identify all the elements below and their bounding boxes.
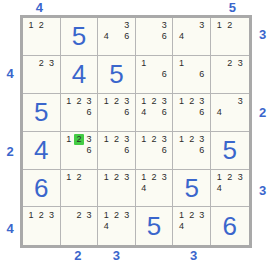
cell-r2c5[interactable]: 16: [173, 56, 211, 94]
candidate-grid: 1236: [61, 94, 98, 131]
candidate-empty: [84, 221, 94, 232]
candidate-3: 3: [46, 209, 56, 220]
candidate-grid: 1236: [136, 132, 173, 169]
clue-right-3: 2: [252, 93, 274, 132]
candidate-empty: [149, 193, 159, 204]
candidate-empty: [235, 80, 246, 91]
candidate-empty: [74, 156, 84, 167]
clue-top-3: [97, 0, 136, 15]
cell-r1c1[interactable]: 12: [23, 18, 61, 56]
candidate-1: 1: [176, 58, 186, 69]
candidate-empty: [149, 58, 159, 69]
bottom-clues: 233: [20, 248, 252, 263]
candidate-empty: [101, 20, 111, 31]
candidate-empty: [139, 31, 149, 42]
solved-digit: 5: [147, 213, 161, 239]
cell-r5c6[interactable]: 1234: [211, 170, 249, 208]
clue-left-2: 4: [0, 54, 20, 93]
candidate-empty: [26, 69, 36, 80]
candidate-empty: [111, 20, 121, 31]
candidate-6: 6: [122, 31, 132, 42]
clue-left-6: 4: [0, 209, 20, 248]
candidate-grid: 23: [211, 56, 249, 93]
candidate-empty: [149, 156, 159, 167]
candidate-empty: [111, 145, 121, 156]
candidate-6: 6: [84, 145, 94, 156]
cell-r4c6[interactable]: 5: [211, 132, 249, 170]
candidate-1: 1: [101, 172, 111, 183]
candidate-2: 2: [111, 209, 121, 220]
clue-left-3: [0, 93, 20, 132]
candidate-empty: [176, 80, 186, 91]
candidate-2: 2: [149, 96, 159, 107]
cell-r6c2[interactable]: 23: [61, 207, 99, 245]
candidate-3: 3: [159, 96, 169, 107]
candidate-empty: [26, 80, 36, 91]
candidate-grid: 34: [211, 94, 249, 131]
candidate-6: 6: [197, 145, 207, 156]
candidate-empty: [214, 31, 225, 42]
cell-r6c6[interactable]: 6: [211, 207, 249, 245]
clue-top-6: 5: [213, 0, 252, 15]
candidate-4: 4: [214, 183, 225, 194]
candidate-empty: [149, 20, 159, 31]
candidate-empty: [101, 118, 111, 129]
cell-r3c1[interactable]: 5: [23, 94, 61, 132]
cell-r2c3[interactable]: 5: [98, 56, 136, 94]
candidate-empty: [26, 58, 36, 69]
candidate-3: 3: [235, 58, 246, 69]
candidate-empty: [139, 80, 149, 91]
left-clues: 424: [0, 15, 20, 248]
candidate-empty: [64, 232, 74, 243]
candidate-grid: 16: [136, 56, 173, 93]
solved-digit: 5: [223, 137, 237, 163]
candidate-3: 3: [235, 172, 246, 183]
candidate-empty: [149, 80, 159, 91]
cell-r3c2[interactable]: 1236: [61, 94, 99, 132]
clue-right-6: [252, 209, 274, 248]
candidate-empty: [187, 221, 197, 232]
candidate-2: 2: [36, 209, 46, 220]
cell-r1c6[interactable]: 12: [211, 18, 249, 56]
candidate-1: 1: [139, 134, 149, 145]
candidate-empty: [46, 80, 56, 91]
cell-r4c1[interactable]: 4: [23, 132, 61, 170]
candidate-empty: [214, 58, 225, 69]
candidate-3: 3: [197, 20, 207, 31]
candidate-empty: [64, 209, 74, 220]
candidate-1: 1: [214, 172, 225, 183]
candidate-empty: [26, 42, 36, 53]
candidate-empty: [101, 42, 111, 53]
candidate-1: 1: [101, 209, 111, 220]
candidate-grid: 1234: [136, 170, 173, 207]
candidate-empty: [225, 80, 236, 91]
cell-r5c4[interactable]: 1234: [136, 170, 174, 208]
cell-r3c5[interactable]: 1236: [173, 94, 211, 132]
candidate-empty: [187, 42, 197, 53]
candidate-1: 1: [26, 20, 36, 31]
candidate-empty: [176, 118, 186, 129]
candidate-empty: [64, 183, 74, 194]
candidate-empty: [197, 80, 207, 91]
candidate-6: 6: [197, 107, 207, 118]
candidate-grid: 1234: [211, 170, 249, 207]
candidate-2: 2: [187, 96, 197, 107]
candidate-2: 2: [149, 172, 159, 183]
candidate-empty: [187, 31, 197, 42]
candidate-3: 3: [84, 96, 94, 107]
cell-r4c4[interactable]: 1236: [136, 132, 174, 170]
candidate-1: 1: [101, 134, 111, 145]
candidate-empty: [187, 145, 197, 156]
candidate-empty: [176, 232, 186, 243]
candidate-1: 1: [139, 96, 149, 107]
candidate-3: 3: [122, 172, 132, 183]
cell-r2c2[interactable]: 4: [61, 56, 99, 94]
candidate-empty: [149, 118, 159, 129]
candidate-2: 2: [36, 20, 46, 31]
cell-r6c5[interactable]: 1234: [173, 207, 211, 245]
candidate-empty: [149, 145, 159, 156]
solved-digit: 5: [72, 23, 86, 49]
candidate-empty: [122, 193, 132, 204]
candidate-grid: 1236: [61, 132, 98, 169]
candidate-empty: [159, 193, 169, 204]
candidate-4: 4: [139, 107, 149, 118]
candidate-4: 4: [214, 107, 225, 118]
candidate-empty: [225, 96, 236, 107]
candidate-empty: [101, 193, 111, 204]
candidate-empty: [159, 42, 169, 53]
candidate-empty: [139, 69, 149, 80]
candidate-empty: [111, 42, 121, 53]
candidate-empty: [187, 58, 197, 69]
candidate-empty: [197, 221, 207, 232]
candidate-2: 2: [225, 58, 236, 69]
clue-bottom-4: [136, 248, 175, 263]
candidate-2: 2: [149, 134, 159, 145]
cell-r4c5[interactable]: 1236: [173, 132, 211, 170]
candidate-empty: [111, 156, 121, 167]
clue-left-4: 2: [0, 132, 20, 171]
candidate-grid: 1234: [98, 207, 135, 245]
candidate-empty: [84, 172, 94, 183]
candidate-6: 6: [159, 107, 169, 118]
candidate-empty: [149, 31, 159, 42]
candidate-empty: [197, 42, 207, 53]
candidate-empty: [197, 232, 207, 243]
candidate-empty: [84, 193, 94, 204]
candidate-empty: [187, 232, 197, 243]
candidate-1: 1: [64, 172, 74, 183]
candidate-grid: 12: [61, 170, 98, 207]
candidate-empty: [235, 193, 246, 204]
candidate-6: 6: [122, 145, 132, 156]
candidate-2: 2: [225, 172, 236, 183]
cell-r6c4[interactable]: 5: [136, 207, 174, 245]
candidate-6: 6: [122, 107, 132, 118]
candidate-grid: 1234: [173, 207, 210, 245]
candidate-empty: [122, 42, 132, 53]
candidate-2-highlighted: 2: [74, 134, 84, 145]
candidate-empty: [26, 31, 36, 42]
candidate-empty: [101, 156, 111, 167]
candidate-1: 1: [176, 134, 186, 145]
candidate-2: 2: [187, 209, 197, 220]
clue-left-1: [0, 15, 20, 54]
candidate-empty: [187, 80, 197, 91]
candidate-empty: [235, 20, 246, 31]
candidate-empty: [149, 183, 159, 194]
candidate-empty: [122, 221, 132, 232]
candidate-3: 3: [159, 134, 169, 145]
candidate-empty: [122, 183, 132, 194]
cell-r2c1[interactable]: 23: [23, 56, 61, 94]
solved-digit: 5: [184, 175, 198, 201]
candidate-empty: [101, 183, 111, 194]
clue-bottom-6: [213, 248, 252, 263]
clue-bottom-1: [20, 248, 59, 263]
candidate-empty: [111, 193, 121, 204]
candidate-empty: [139, 156, 149, 167]
candidate-empty: [46, 31, 56, 42]
candidate-empty: [187, 156, 197, 167]
solved-digit: 6: [223, 213, 237, 239]
candidate-1: 1: [214, 20, 225, 31]
candidate-3: 3: [46, 58, 56, 69]
right-clues: 323: [252, 15, 274, 248]
candidate-empty: [176, 69, 186, 80]
candidate-empty: [187, 20, 197, 31]
candidate-2: 2: [74, 172, 84, 183]
candidate-2: 2: [111, 172, 121, 183]
candidate-empty: [149, 42, 159, 53]
candidate-empty: [46, 69, 56, 80]
candidate-grid: 346: [98, 18, 135, 55]
candidate-3: 3: [159, 172, 169, 183]
candidate-empty: [122, 232, 132, 243]
solved-digit: 4: [34, 137, 48, 163]
puzzle-frame: 45 424 323 233 1253463634122345161623512…: [0, 0, 274, 264]
candidate-empty: [111, 221, 121, 232]
candidate-3: 3: [197, 134, 207, 145]
cell-r3c6[interactable]: 34: [211, 94, 249, 132]
candidate-empty: [149, 107, 159, 118]
clue-top-1: 4: [20, 0, 59, 15]
cell-r1c4[interactable]: 36: [136, 18, 174, 56]
cell-r6c3[interactable]: 1234: [98, 207, 136, 245]
candidate-1: 1: [139, 172, 149, 183]
cell-r1c2[interactable]: 5: [61, 18, 99, 56]
candidate-empty: [187, 107, 197, 118]
candidate-empty: [36, 232, 46, 243]
candidate-empty: [139, 193, 149, 204]
candidate-empty: [214, 80, 225, 91]
clue-right-2: [252, 54, 274, 93]
candidate-1: 1: [139, 58, 149, 69]
candidate-grid: 123: [23, 207, 60, 245]
candidate-empty: [46, 232, 56, 243]
candidate-empty: [159, 58, 169, 69]
cell-r6c1[interactable]: 123: [23, 207, 61, 245]
candidate-4: 4: [101, 31, 111, 42]
candidate-empty: [84, 183, 94, 194]
cell-r3c3[interactable]: 1236: [98, 94, 136, 132]
candidate-grid: 34: [173, 18, 210, 55]
candidate-3: 3: [122, 134, 132, 145]
candidate-4: 4: [101, 221, 111, 232]
candidate-empty: [74, 193, 84, 204]
candidate-empty: [111, 118, 121, 129]
solved-digit: 4: [72, 61, 86, 87]
candidate-empty: [84, 118, 94, 129]
candidate-empty: [225, 107, 236, 118]
candidate-empty: [176, 156, 186, 167]
candidate-grid: 123: [98, 170, 135, 207]
candidate-empty: [225, 193, 236, 204]
candidate-grid: 23: [23, 56, 60, 93]
candidate-empty: [36, 80, 46, 91]
candidate-empty: [176, 20, 186, 31]
candidate-empty: [214, 118, 225, 129]
candidate-empty: [46, 20, 56, 31]
candidate-empty: [36, 42, 46, 53]
candidate-2: 2: [74, 96, 84, 107]
candidate-empty: [235, 118, 246, 129]
candidate-empty: [214, 96, 225, 107]
candidate-empty: [176, 145, 186, 156]
candidate-empty: [197, 118, 207, 129]
clue-top-4: [136, 0, 175, 15]
cell-r3c4[interactable]: 12346: [136, 94, 174, 132]
candidate-empty: [235, 107, 246, 118]
candidate-3: 3: [84, 209, 94, 220]
candidate-2: 2: [111, 134, 121, 145]
cell-r5c1[interactable]: 6: [23, 170, 61, 208]
clue-bottom-3: 3: [97, 248, 136, 263]
candidate-grid: 16: [173, 56, 210, 93]
solved-digit: 5: [109, 61, 123, 87]
candidate-3: 3: [122, 20, 132, 31]
candidate-empty: [176, 107, 186, 118]
candidate-empty: [225, 69, 236, 80]
candidate-grid: 12346: [136, 94, 173, 131]
candidate-empty: [84, 232, 94, 243]
candidate-empty: [122, 118, 132, 129]
candidate-empty: [26, 221, 36, 232]
candidate-empty: [101, 232, 111, 243]
cell-r2c4[interactable]: 16: [136, 56, 174, 94]
candidate-grid: 1236: [173, 94, 210, 131]
candidate-6: 6: [159, 69, 169, 80]
candidate-1: 1: [176, 209, 186, 220]
candidate-empty: [36, 221, 46, 232]
candidate-1: 1: [64, 134, 74, 145]
candidate-grid: 23: [61, 207, 98, 245]
candidate-empty: [214, 193, 225, 204]
candidate-grid: 1236: [173, 132, 210, 169]
candidate-empty: [225, 118, 236, 129]
candidate-empty: [64, 193, 74, 204]
candidate-6: 6: [159, 145, 169, 156]
candidate-empty: [225, 42, 236, 53]
candidate-empty: [139, 118, 149, 129]
candidate-empty: [111, 183, 121, 194]
board: 1253463634122345161623512361236123461236…: [20, 15, 252, 248]
cell-r4c3[interactable]: 1236: [98, 132, 136, 170]
candidate-empty: [64, 145, 74, 156]
candidate-empty: [139, 20, 149, 31]
candidate-4: 4: [176, 221, 186, 232]
candidate-empty: [111, 107, 121, 118]
candidate-empty: [84, 156, 94, 167]
candidate-empty: [159, 80, 169, 91]
candidate-empty: [74, 145, 84, 156]
candidate-2: 2: [225, 20, 236, 31]
clue-bottom-5: 3: [174, 248, 213, 263]
cell-r5c3[interactable]: 123: [98, 170, 136, 208]
candidate-empty: [159, 118, 169, 129]
candidate-empty: [111, 31, 121, 42]
candidate-2: 2: [36, 58, 46, 69]
cell-r4c2[interactable]: 1236: [61, 132, 99, 170]
solved-digit: 5: [34, 99, 48, 125]
candidate-4: 4: [139, 183, 149, 194]
candidate-empty: [46, 42, 56, 53]
candidate-3: 3: [84, 134, 94, 145]
candidate-2: 2: [111, 96, 121, 107]
clue-right-1: 3: [252, 15, 274, 54]
cell-r5c2[interactable]: 12: [61, 170, 99, 208]
cell-r5c5[interactable]: 5: [173, 170, 211, 208]
candidate-2: 2: [187, 134, 197, 145]
top-clues: 45: [20, 0, 252, 15]
candidate-empty: [176, 42, 186, 53]
candidate-empty: [235, 183, 246, 194]
clue-top-5: [174, 0, 213, 15]
clue-right-4: [252, 132, 274, 171]
candidate-empty: [197, 58, 207, 69]
candidate-empty: [214, 69, 225, 80]
candidate-empty: [197, 31, 207, 42]
cell-r1c5[interactable]: 34: [173, 18, 211, 56]
candidate-6: 6: [197, 69, 207, 80]
candidate-empty: [26, 232, 36, 243]
candidate-3: 3: [235, 96, 246, 107]
clue-left-5: [0, 171, 20, 210]
candidate-3: 3: [197, 209, 207, 220]
candidate-empty: [225, 183, 236, 194]
candidate-empty: [64, 107, 74, 118]
cell-r1c3[interactable]: 346: [98, 18, 136, 56]
candidate-empty: [36, 69, 46, 80]
candidate-4: 4: [176, 31, 186, 42]
candidate-empty: [101, 145, 111, 156]
candidate-empty: [46, 221, 56, 232]
candidate-empty: [187, 118, 197, 129]
candidate-empty: [139, 42, 149, 53]
candidate-empty: [64, 156, 74, 167]
candidate-empty: [197, 156, 207, 167]
clue-right-5: 3: [252, 171, 274, 210]
candidate-empty: [101, 107, 111, 118]
candidate-1: 1: [64, 96, 74, 107]
cell-r2c6[interactable]: 23: [211, 56, 249, 94]
candidate-empty: [74, 232, 84, 243]
candidate-empty: [64, 118, 74, 129]
